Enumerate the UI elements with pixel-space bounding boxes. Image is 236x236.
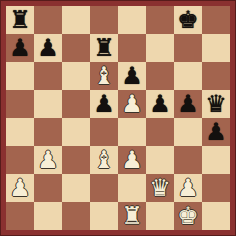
square-f3[interactable] <box>146 146 174 174</box>
square-b5[interactable] <box>34 90 62 118</box>
square-b8[interactable] <box>34 6 62 34</box>
square-b2[interactable] <box>34 174 62 202</box>
square-f6[interactable] <box>146 62 174 90</box>
piece-black-pawn: ♟ <box>146 90 174 118</box>
square-h4[interactable]: ♟ <box>202 118 230 146</box>
piece-black-queen: ♛ <box>202 90 230 118</box>
square-h1[interactable] <box>202 202 230 230</box>
square-b6[interactable] <box>34 62 62 90</box>
piece-white-rook: ♜ <box>118 202 146 230</box>
piece-white-pawn: ♟ <box>118 146 146 174</box>
square-g2[interactable]: ♟ <box>174 174 202 202</box>
piece-white-bishop: ♝ <box>90 62 118 90</box>
piece-white-pawn: ♟ <box>6 174 34 202</box>
square-h6[interactable] <box>202 62 230 90</box>
square-b4[interactable] <box>34 118 62 146</box>
square-c1[interactable] <box>62 202 90 230</box>
piece-black-pawn: ♟ <box>202 118 230 146</box>
piece-black-pawn: ♟ <box>6 34 34 62</box>
piece-white-pawn: ♟ <box>34 146 62 174</box>
square-h5[interactable]: ♛ <box>202 90 230 118</box>
square-g1[interactable]: ♚ <box>174 202 202 230</box>
square-a3[interactable] <box>6 146 34 174</box>
square-d4[interactable] <box>90 118 118 146</box>
piece-black-pawn: ♟ <box>118 62 146 90</box>
piece-black-pawn: ♟ <box>90 90 118 118</box>
square-e6[interactable]: ♟ <box>118 62 146 90</box>
square-a1[interactable] <box>6 202 34 230</box>
square-h2[interactable] <box>202 174 230 202</box>
piece-black-king: ♚ <box>174 6 202 34</box>
square-d7[interactable]: ♜ <box>90 34 118 62</box>
square-c4[interactable] <box>62 118 90 146</box>
square-d3[interactable]: ♝ <box>90 146 118 174</box>
piece-black-pawn: ♟ <box>34 34 62 62</box>
square-h3[interactable] <box>202 146 230 174</box>
square-d2[interactable] <box>90 174 118 202</box>
square-f1[interactable] <box>146 202 174 230</box>
square-g3[interactable] <box>174 146 202 174</box>
square-d8[interactable] <box>90 6 118 34</box>
square-d5[interactable]: ♟ <box>90 90 118 118</box>
piece-white-pawn: ♟ <box>174 174 202 202</box>
square-e5[interactable]: ♟ <box>118 90 146 118</box>
square-b3[interactable]: ♟ <box>34 146 62 174</box>
square-e2[interactable] <box>118 174 146 202</box>
square-c2[interactable] <box>62 174 90 202</box>
square-a5[interactable] <box>6 90 34 118</box>
square-d1[interactable] <box>90 202 118 230</box>
square-g4[interactable] <box>174 118 202 146</box>
square-e3[interactable]: ♟ <box>118 146 146 174</box>
piece-black-rook: ♜ <box>6 6 34 34</box>
piece-black-pawn: ♟ <box>174 90 202 118</box>
square-e8[interactable] <box>118 6 146 34</box>
square-h7[interactable] <box>202 34 230 62</box>
square-g5[interactable]: ♟ <box>174 90 202 118</box>
square-a7[interactable]: ♟ <box>6 34 34 62</box>
square-g6[interactable] <box>174 62 202 90</box>
piece-white-bishop: ♝ <box>90 146 118 174</box>
piece-white-queen: ♛ <box>146 174 174 202</box>
square-c6[interactable] <box>62 62 90 90</box>
square-g7[interactable] <box>174 34 202 62</box>
square-f2[interactable]: ♛ <box>146 174 174 202</box>
square-d6[interactable]: ♝ <box>90 62 118 90</box>
piece-white-king: ♚ <box>174 202 202 230</box>
square-c5[interactable] <box>62 90 90 118</box>
square-e7[interactable] <box>118 34 146 62</box>
square-f8[interactable] <box>146 6 174 34</box>
square-a6[interactable] <box>6 62 34 90</box>
square-c3[interactable] <box>62 146 90 174</box>
square-g8[interactable]: ♚ <box>174 6 202 34</box>
square-f7[interactable] <box>146 34 174 62</box>
square-b1[interactable] <box>34 202 62 230</box>
square-h8[interactable] <box>202 6 230 34</box>
square-b7[interactable]: ♟ <box>34 34 62 62</box>
square-a8[interactable]: ♜ <box>6 6 34 34</box>
square-e4[interactable] <box>118 118 146 146</box>
square-a2[interactable]: ♟ <box>6 174 34 202</box>
chess-board: ♜♚♟♟♜♝♟♟♟♟♟♛♟♟♝♟♟♛♟♜♚ <box>6 6 230 230</box>
chess-board-frame: ♜♚♟♟♜♝♟♟♟♟♟♛♟♟♝♟♟♛♟♜♚ <box>0 0 236 236</box>
square-f4[interactable] <box>146 118 174 146</box>
piece-white-pawn: ♟ <box>118 90 146 118</box>
square-a4[interactable] <box>6 118 34 146</box>
square-e1[interactable]: ♜ <box>118 202 146 230</box>
square-f5[interactable]: ♟ <box>146 90 174 118</box>
square-c8[interactable] <box>62 6 90 34</box>
square-c7[interactable] <box>62 34 90 62</box>
piece-black-rook: ♜ <box>90 34 118 62</box>
